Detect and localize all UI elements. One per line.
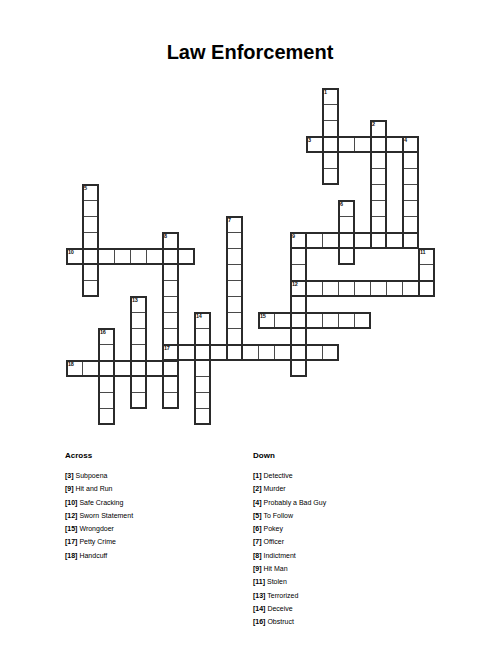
clue-down-2: [2] Murder xyxy=(253,482,326,495)
grid-cell-r8c10[interactable] xyxy=(226,216,243,233)
clue-down-13: [13] Terrorized xyxy=(253,589,326,602)
clue-across-12: [12] Sworn Statement xyxy=(65,509,133,522)
clue-number: [6] xyxy=(253,525,262,532)
grid-cell-r3c17[interactable] xyxy=(338,136,355,153)
grid-cell-r11c6[interactable] xyxy=(162,264,179,281)
grid-cell-r12c19[interactable] xyxy=(370,280,387,297)
grid-cell-r6c19[interactable] xyxy=(370,184,387,201)
clue-text: Petty Crime xyxy=(77,538,116,545)
grid-cell-r18c8[interactable] xyxy=(194,376,211,393)
clue-number: [14] xyxy=(253,605,265,612)
grid-cell-r15c6[interactable] xyxy=(162,328,179,345)
grid-cell-r12c21[interactable] xyxy=(402,280,419,297)
grid-cell-r16c15[interactable] xyxy=(306,344,323,361)
grid-cell-r12c6[interactable] xyxy=(162,280,179,297)
grid-cell-r13c6[interactable] xyxy=(162,296,179,313)
grid-cell-r2c16[interactable] xyxy=(322,120,339,137)
grid-cell-r7c17[interactable] xyxy=(338,200,355,217)
grid-cell-r15c8[interactable] xyxy=(194,328,211,345)
down-header: Down xyxy=(253,451,326,460)
grid-cell-r13c14[interactable] xyxy=(290,296,307,313)
clue-down-5: [5] To Follow xyxy=(253,509,326,522)
grid-cell-r9c1[interactable] xyxy=(82,232,99,249)
grid-cell-r12c18[interactable] xyxy=(354,280,371,297)
crossword-page: Law Enforcement 391012151718124567811131… xyxy=(0,0,500,647)
grid-cell-r19c4[interactable] xyxy=(130,392,147,409)
clue-number: [10] xyxy=(65,499,77,506)
grid-cell-r13c4[interactable] xyxy=(130,296,147,313)
grid-cell-r1c16[interactable] xyxy=(322,104,339,121)
clue-down-14: [14] Deceive xyxy=(253,602,326,615)
grid-cell-r18c4[interactable] xyxy=(130,376,147,393)
grid-cell-r12c22[interactable] xyxy=(418,280,435,297)
clue-text: Probably a Bad Guy xyxy=(262,499,327,506)
grid-cell-r10c0[interactable] xyxy=(66,248,83,265)
clue-across-18: [18] Handcuff xyxy=(65,549,133,562)
across-clues-section: Across [3] Subpoena[9] Hit and Run[10] S… xyxy=(65,451,133,562)
clue-text: Wrongdoer xyxy=(77,525,113,532)
clue-text: Murder xyxy=(262,485,286,492)
clue-number: [15] xyxy=(65,525,77,532)
down-clues-section: Down [1] Detective[2] Murder[4] Probably… xyxy=(253,451,326,629)
clue-down-16: [16] Obstruct xyxy=(253,615,326,628)
grid-cell-r10c10[interactable] xyxy=(226,248,243,265)
grid-cell-r10c2[interactable] xyxy=(98,248,115,265)
grid-cell-r9c17[interactable] xyxy=(338,232,355,249)
puzzle-title: Law Enforcement xyxy=(0,42,500,62)
grid-cell-r14c15[interactable] xyxy=(306,312,323,329)
clue-text: Handcuff xyxy=(77,552,107,559)
grid-cell-r10c3[interactable] xyxy=(114,248,131,265)
grid-cell-r12c14[interactable] xyxy=(290,280,307,297)
grid-cell-r3c15[interactable] xyxy=(306,136,323,153)
clue-number: [9] xyxy=(253,565,262,572)
grid-cell-r4c21[interactable] xyxy=(402,152,419,169)
across-clue-list: [3] Subpoena[9] Hit and Run[10] Safe Cra… xyxy=(65,469,133,562)
clue-text: Obstruct xyxy=(265,618,293,625)
clue-number: [5] xyxy=(253,512,262,519)
grid-cell-r8c17[interactable] xyxy=(338,216,355,233)
grid-cell-r14c6[interactable] xyxy=(162,312,179,329)
clue-text: Hit Man xyxy=(262,565,288,572)
clue-number: [13] xyxy=(253,592,265,599)
grid-cell-r9c19[interactable] xyxy=(370,232,387,249)
grid-cell-r19c2[interactable] xyxy=(98,392,115,409)
grid-cell-r12c15[interactable] xyxy=(306,280,323,297)
clue-across-17: [17] Petty Crime xyxy=(65,535,133,548)
grid-cell-r8c21[interactable] xyxy=(402,216,419,233)
grid-cell-r10c6[interactable] xyxy=(162,248,179,265)
grid-cell-r6c1[interactable] xyxy=(82,184,99,201)
grid-cell-r15c2[interactable] xyxy=(98,328,115,345)
grid-cell-r9c18[interactable] xyxy=(354,232,371,249)
grid-cell-r6c21[interactable] xyxy=(402,184,419,201)
clue-down-1: [1] Detective xyxy=(253,469,326,482)
grid-cell-r10c4[interactable] xyxy=(130,248,147,265)
clue-number: [12] xyxy=(65,512,77,519)
grid-cell-r4c19[interactable] xyxy=(370,152,387,169)
clue-text: Pokey xyxy=(262,525,283,532)
grid-cell-r7c21[interactable] xyxy=(402,200,419,217)
grid-cell-r15c4[interactable] xyxy=(130,328,147,345)
clue-text: Detective xyxy=(262,472,293,479)
grid-cell-r16c2[interactable] xyxy=(98,344,115,361)
clue-down-4: [4] Probably a Bad Guy xyxy=(253,496,326,509)
grid-cell-r14c4[interactable] xyxy=(130,312,147,329)
grid-cell-r16c10[interactable] xyxy=(226,344,243,361)
clue-text: Sworn Statement xyxy=(77,512,133,519)
grid-cell-r4c16[interactable] xyxy=(322,152,339,169)
grid-cell-r14c18[interactable] xyxy=(354,312,371,329)
grid-cell-r15c14[interactable] xyxy=(290,328,307,345)
clue-text: To Follow xyxy=(262,512,293,519)
grid-cell-r14c8[interactable] xyxy=(194,312,211,329)
grid-cell-r16c9[interactable] xyxy=(210,344,227,361)
clue-number: [2] xyxy=(253,485,262,492)
grid-cell-r11c10[interactable] xyxy=(226,264,243,281)
grid-cell-r9c10[interactable] xyxy=(226,232,243,249)
grid-cell-r12c16[interactable] xyxy=(322,280,339,297)
grid-cell-r17c5[interactable] xyxy=(146,360,163,377)
grid-cell-r15c10[interactable] xyxy=(226,328,243,345)
grid-cell-r3c16[interactable] xyxy=(322,136,339,153)
clue-number: [7] xyxy=(253,538,262,545)
grid-cell-r3c19[interactable] xyxy=(370,136,387,153)
down-clue-list: [1] Detective[2] Murder[4] Probably a Ba… xyxy=(253,469,326,629)
clue-text: Deceive xyxy=(265,605,292,612)
clue-text: Safe Cracking xyxy=(77,499,123,506)
clue-text: Terrorized xyxy=(265,592,298,599)
grid-cell-r10c14[interactable] xyxy=(290,248,307,265)
grid-cell-r16c14[interactable] xyxy=(290,344,307,361)
grid-cell-r12c1[interactable] xyxy=(82,280,99,297)
grid-cell-r14c13[interactable] xyxy=(274,312,291,329)
clue-number: [17] xyxy=(65,538,77,545)
grid-cell-r14c10[interactable] xyxy=(226,312,243,329)
grid-cell-r16c12[interactable] xyxy=(258,344,275,361)
grid-cell-r9c14[interactable] xyxy=(290,232,307,249)
grid-cell-r16c4[interactable] xyxy=(130,344,147,361)
grid-cell-r7c1[interactable] xyxy=(82,200,99,217)
grid-cell-r2c19[interactable] xyxy=(370,120,387,137)
clue-number: [1] xyxy=(253,472,262,479)
grid-cell-r16c8[interactable] xyxy=(194,344,211,361)
grid-cell-r18c2[interactable] xyxy=(98,376,115,393)
clue-text: Indictment xyxy=(262,552,296,559)
grid-cell-r7c19[interactable] xyxy=(370,200,387,217)
clue-number: [9] xyxy=(65,485,74,492)
grid-cell-r12c20[interactable] xyxy=(386,280,403,297)
grid-cell-r9c15[interactable] xyxy=(306,232,323,249)
grid-cell-r16c6[interactable] xyxy=(162,344,179,361)
grid-cell-r14c14[interactable] xyxy=(290,312,307,329)
grid-cell-r8c1[interactable] xyxy=(82,216,99,233)
grid-cell-r17c1[interactable] xyxy=(82,360,99,377)
grid-cell-r18c6[interactable] xyxy=(162,376,179,393)
clue-number: [18] xyxy=(65,552,77,559)
clue-across-10: [10] Safe Cracking xyxy=(65,496,133,509)
grid-cell-r3c18[interactable] xyxy=(354,136,371,153)
grid-cell-r12c17[interactable] xyxy=(338,280,355,297)
clue-across-9: [9] Hit and Run xyxy=(65,482,133,495)
grid-cell-r17c8[interactable] xyxy=(194,360,211,377)
grid-cell-r5c21[interactable] xyxy=(402,168,419,185)
grid-cell-r10c1[interactable] xyxy=(82,248,99,265)
grid-cell-r9c20[interactable] xyxy=(386,232,403,249)
grid-cell-r0c16[interactable] xyxy=(322,88,339,105)
clue-down-8: [8] Indictment xyxy=(253,549,326,562)
clue-text: Hit and Run xyxy=(74,485,113,492)
grid-cell-r17c0[interactable] xyxy=(66,360,83,377)
grid-cell-r5c19[interactable] xyxy=(370,168,387,185)
clue-down-9: [9] Hit Man xyxy=(253,562,326,575)
grid-cell-r14c12[interactable] xyxy=(258,312,275,329)
grid-cell-r9c6[interactable] xyxy=(162,232,179,249)
grid-cell-r19c8[interactable] xyxy=(194,392,211,409)
grid-cell-r14c17[interactable] xyxy=(338,312,355,329)
grid-cell-r10c5[interactable] xyxy=(146,248,163,265)
clue-number: [3] xyxy=(65,472,74,479)
grid-cell-r9c21[interactable] xyxy=(402,232,419,249)
clue-down-11: [11] Stolen xyxy=(253,575,326,588)
clue-number: [16] xyxy=(253,618,265,625)
clue-text: Subpoena xyxy=(74,472,108,479)
clue-number: [4] xyxy=(253,499,262,506)
grid-cell-r17c2[interactable] xyxy=(98,360,115,377)
grid-cell-r5c16[interactable] xyxy=(322,168,339,185)
clue-number: [11] xyxy=(253,578,265,585)
clue-down-6: [6] Pokey xyxy=(253,522,326,535)
grid-cell-r17c4[interactable] xyxy=(130,360,147,377)
clue-number: [8] xyxy=(253,552,262,559)
grid-cell-r13c10[interactable] xyxy=(226,296,243,313)
grid-cell-r8c19[interactable] xyxy=(370,216,387,233)
clue-down-7: [7] Officer xyxy=(253,535,326,548)
grid-cell-r17c14[interactable] xyxy=(290,360,307,377)
grid-cell-r16c16[interactable] xyxy=(322,344,339,361)
grid-cell-r20c8[interactable] xyxy=(194,408,211,425)
grid-cell-r10c17[interactable] xyxy=(338,248,355,265)
grid-cell-r16c13[interactable] xyxy=(274,344,291,361)
grid-cell-r11c14[interactable] xyxy=(290,264,307,281)
grid-cell-r3c20[interactable] xyxy=(386,136,403,153)
clue-text: Officer xyxy=(262,538,284,545)
grid-cell-r11c22[interactable] xyxy=(418,264,435,281)
crossword-board: 391012151718124567811131416 xyxy=(66,88,435,425)
grid-cell-r10c22[interactable] xyxy=(418,248,435,265)
clue-text: Stolen xyxy=(265,578,287,585)
grid-cell-r20c2[interactable] xyxy=(98,408,115,425)
grid-cell-r12c10[interactable] xyxy=(226,280,243,297)
grid-cell-r10c7[interactable] xyxy=(178,248,195,265)
grid-cell-r11c1[interactable] xyxy=(82,264,99,281)
clue-across-15: [15] Wrongdoer xyxy=(65,522,133,535)
grid-cell-r17c6[interactable] xyxy=(162,360,179,377)
grid-cell-r3c21[interactable] xyxy=(402,136,419,153)
grid-cell-r9c16[interactable] xyxy=(322,232,339,249)
clue-across-3: [3] Subpoena xyxy=(65,469,133,482)
across-header: Across xyxy=(65,451,133,460)
grid-cell-r16c11[interactable] xyxy=(242,344,259,361)
grid-cell-r19c6[interactable] xyxy=(162,392,179,409)
grid-cell-r17c3[interactable] xyxy=(114,360,131,377)
grid-cell-r14c16[interactable] xyxy=(322,312,339,329)
grid-cell-r16c7[interactable] xyxy=(178,344,195,361)
